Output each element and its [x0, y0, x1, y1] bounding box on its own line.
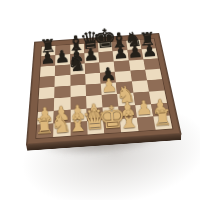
board-perspective-wrap: ♜♝♛♚♝♞♜♟♟♟♟♟♟♟♞♟♟♞♟♟♟♟♟♟♟♜♞♝♛♚♝♜: [15, 0, 182, 145]
square-g7[interactable]: ♟: [127, 49, 143, 60]
square-h7[interactable]: ♟: [141, 48, 157, 59]
piece-black-pawn-h7[interactable]: ♟: [142, 41, 158, 59]
square-d7[interactable]: ♟: [84, 52, 99, 63]
chess-board-scene: ♜♝♛♚♝♞♜♟♟♟♟♟♟♟♞♟♟♞♟♟♟♟♟♟♟♜♞♝♛♚♝♜: [0, 0, 200, 200]
square-f7[interactable]: ♟: [113, 50, 129, 61]
piece-white-bishop-f1[interactable]: ♝: [117, 106, 141, 132]
square-a7[interactable]: ♟: [41, 55, 56, 66]
piece-white-rook-h1[interactable]: ♜: [153, 107, 174, 130]
board-grid: ♜♝♛♚♝♞♜♟♟♟♟♟♟♟♞♟♟♞♟♟♟♟♟♟♟♜♞♝♛♚♝♜: [36, 39, 172, 138]
square-c6[interactable]: ♞: [70, 63, 85, 75]
square-f1[interactable]: ♝: [120, 118, 138, 133]
piece-black-knight-c6[interactable]: ♞: [67, 53, 87, 75]
chess-board: ♜♝♛♚♝♞♜♟♟♟♟♟♟♟♞♟♟♞♟♟♟♟♟♟♟♜♞♝♛♚♝♜: [26, 33, 182, 145]
square-h1[interactable]: ♜: [153, 115, 172, 129]
